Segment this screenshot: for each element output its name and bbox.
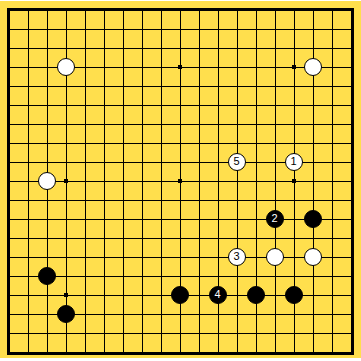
black-stone-D3: [57, 305, 75, 323]
go-board: 51234: [0, 1, 361, 358]
star-point: [178, 179, 182, 183]
go-diagram: 51234: [0, 0, 361, 361]
black-stone-O4: [247, 286, 265, 304]
black-stone-P8: 2: [266, 210, 284, 228]
black-stone-Q4: [285, 286, 303, 304]
star-point: [178, 65, 182, 69]
move-number: 2: [271, 213, 277, 224]
black-stone-K4: [171, 286, 189, 304]
white-stone-N11: 5: [228, 153, 246, 171]
move-number: 5: [233, 156, 239, 167]
black-stone-M4: 4: [209, 286, 227, 304]
star-point: [292, 179, 296, 183]
star-point: [64, 293, 68, 297]
stone-layer: 51234: [0, 0, 360, 361]
star-point: [64, 179, 68, 183]
white-stone-R6: [304, 248, 322, 266]
move-number: 3: [233, 251, 239, 262]
move-number: 4: [214, 289, 220, 300]
black-stone-R8: [304, 210, 322, 228]
white-stone-R16: [304, 58, 322, 76]
white-stone-D16: [57, 58, 75, 76]
white-stone-C10: [38, 172, 56, 190]
black-stone-C5: [38, 267, 56, 285]
white-stone-Q11: 1: [285, 153, 303, 171]
star-point: [292, 65, 296, 69]
move-number: 1: [290, 156, 296, 167]
white-stone-N6: 3: [228, 248, 246, 266]
white-stone-P6: [266, 248, 284, 266]
